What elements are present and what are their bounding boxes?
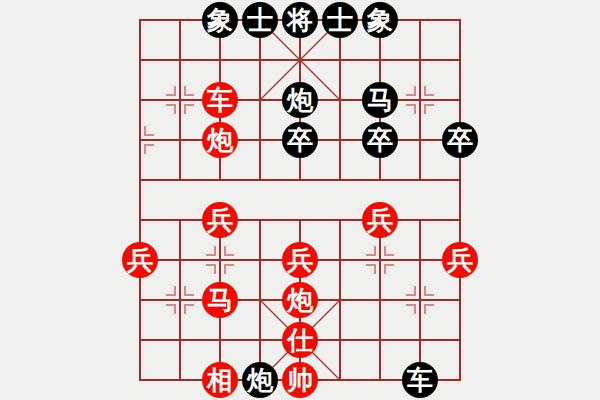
cell-r8c1[interactable] bbox=[160, 320, 200, 360]
cell-r9c0[interactable] bbox=[120, 360, 160, 400]
cell-r1c4[interactable] bbox=[280, 40, 320, 80]
cell-r1c3[interactable] bbox=[240, 40, 280, 80]
cell-r1c7[interactable] bbox=[400, 40, 440, 80]
cell-r2c3[interactable] bbox=[240, 80, 280, 120]
cell-r1c8[interactable] bbox=[440, 40, 480, 80]
cell-r3c5[interactable] bbox=[320, 120, 360, 160]
cell-r8c6[interactable] bbox=[360, 320, 400, 360]
cell-r3c2[interactable]: 炮 bbox=[200, 120, 240, 160]
piece-red-cannon[interactable]: 炮 bbox=[202, 122, 238, 158]
cell-r5c5[interactable] bbox=[320, 200, 360, 240]
cell-r6c8[interactable]: 兵 bbox=[440, 240, 480, 280]
cell-r9c1[interactable] bbox=[160, 360, 200, 400]
piece-black-advisor[interactable]: 士 bbox=[322, 2, 358, 38]
piece-red-general[interactable]: 帅 bbox=[282, 362, 318, 398]
cell-r4c8[interactable] bbox=[440, 160, 480, 200]
piece-red-soldier[interactable]: 兵 bbox=[442, 242, 478, 278]
cell-r9c5[interactable] bbox=[320, 360, 360, 400]
piece-black-general[interactable]: 将 bbox=[282, 2, 318, 38]
piece-red-soldier[interactable]: 兵 bbox=[282, 242, 318, 278]
piece-red-elephant[interactable]: 相 bbox=[202, 362, 238, 398]
cell-r4c2[interactable] bbox=[200, 160, 240, 200]
cell-r9c4[interactable]: 帅 bbox=[280, 360, 320, 400]
cell-r0c2[interactable]: 象 bbox=[200, 0, 240, 40]
cell-r2c1[interactable] bbox=[160, 80, 200, 120]
cell-r2c4[interactable]: 炮 bbox=[280, 80, 320, 120]
cell-r4c7[interactable] bbox=[400, 160, 440, 200]
piece-black-horse[interactable]: 马 bbox=[362, 82, 398, 118]
cell-r3c6[interactable]: 卒 bbox=[360, 120, 400, 160]
cell-r5c3[interactable] bbox=[240, 200, 280, 240]
cell-r0c6[interactable]: 象 bbox=[360, 0, 400, 40]
cell-r8c4[interactable]: 仕 bbox=[280, 320, 320, 360]
cell-r6c2[interactable] bbox=[200, 240, 240, 280]
cell-r0c4[interactable]: 将 bbox=[280, 0, 320, 40]
cell-r5c6[interactable]: 兵 bbox=[360, 200, 400, 240]
cell-r3c4[interactable]: 卒 bbox=[280, 120, 320, 160]
cell-r9c2[interactable]: 相 bbox=[200, 360, 240, 400]
cell-r2c7[interactable] bbox=[400, 80, 440, 120]
cell-r6c3[interactable] bbox=[240, 240, 280, 280]
piece-red-soldier[interactable]: 兵 bbox=[362, 202, 398, 238]
cell-r7c3[interactable] bbox=[240, 280, 280, 320]
piece-black-elephant[interactable]: 象 bbox=[202, 2, 238, 38]
cell-r7c7[interactable] bbox=[400, 280, 440, 320]
cell-r5c8[interactable] bbox=[440, 200, 480, 240]
cell-r9c8[interactable] bbox=[440, 360, 480, 400]
piece-black-soldier[interactable]: 卒 bbox=[282, 122, 318, 158]
cell-r8c8[interactable] bbox=[440, 320, 480, 360]
cell-r6c0[interactable]: 兵 bbox=[120, 240, 160, 280]
xiangqi-board-diagram: 象士将士象车炮马炮卒卒卒兵兵兵兵兵马炮仕相炮帅车 bbox=[0, 0, 600, 400]
cell-r7c5[interactable] bbox=[320, 280, 360, 320]
cell-r2c6[interactable]: 马 bbox=[360, 80, 400, 120]
cell-r4c4[interactable] bbox=[280, 160, 320, 200]
piece-red-horse[interactable]: 马 bbox=[202, 282, 238, 318]
piece-red-soldier[interactable]: 兵 bbox=[122, 242, 158, 278]
piece-black-advisor[interactable]: 士 bbox=[242, 2, 278, 38]
board: 象士将士象车炮马炮卒卒卒兵兵兵兵兵马炮仕相炮帅车 bbox=[120, 0, 480, 400]
cell-r3c1[interactable] bbox=[160, 120, 200, 160]
cell-r8c5[interactable] bbox=[320, 320, 360, 360]
cell-r7c0[interactable] bbox=[120, 280, 160, 320]
cell-r6c5[interactable] bbox=[320, 240, 360, 280]
cell-r5c2[interactable]: 兵 bbox=[200, 200, 240, 240]
cell-r7c1[interactable] bbox=[160, 280, 200, 320]
cell-r3c8[interactable]: 卒 bbox=[440, 120, 480, 160]
cell-r1c1[interactable] bbox=[160, 40, 200, 80]
cell-r4c5[interactable] bbox=[320, 160, 360, 200]
cell-r5c1[interactable] bbox=[160, 200, 200, 240]
cell-r1c6[interactable] bbox=[360, 40, 400, 80]
cell-r3c0[interactable] bbox=[120, 120, 160, 160]
cell-r0c7[interactable] bbox=[400, 0, 440, 40]
cell-r8c2[interactable] bbox=[200, 320, 240, 360]
cell-r6c1[interactable] bbox=[160, 240, 200, 280]
cell-r2c8[interactable] bbox=[440, 80, 480, 120]
cell-r8c0[interactable] bbox=[120, 320, 160, 360]
piece-black-soldier[interactable]: 卒 bbox=[362, 122, 398, 158]
cell-r4c3[interactable] bbox=[240, 160, 280, 200]
cell-r3c7[interactable] bbox=[400, 120, 440, 160]
cell-r0c1[interactable] bbox=[160, 0, 200, 40]
cell-r5c0[interactable] bbox=[120, 200, 160, 240]
cell-r9c6[interactable] bbox=[360, 360, 400, 400]
cell-r3c3[interactable] bbox=[240, 120, 280, 160]
cell-r0c0[interactable] bbox=[120, 0, 160, 40]
piece-black-cannon[interactable]: 炮 bbox=[282, 82, 318, 118]
cell-r0c8[interactable] bbox=[440, 0, 480, 40]
piece-red-cannon[interactable]: 炮 bbox=[282, 282, 318, 318]
piece-black-elephant[interactable]: 象 bbox=[362, 2, 398, 38]
cell-r4c1[interactable] bbox=[160, 160, 200, 200]
cell-r5c4[interactable] bbox=[280, 200, 320, 240]
cell-r6c7[interactable] bbox=[400, 240, 440, 280]
cell-r9c3[interactable]: 炮 bbox=[240, 360, 280, 400]
piece-red-soldier[interactable]: 兵 bbox=[202, 202, 238, 238]
piece-red-chariot[interactable]: 车 bbox=[202, 82, 238, 118]
piece-black-cannon[interactable]: 炮 bbox=[242, 362, 278, 398]
piece-black-soldier[interactable]: 卒 bbox=[442, 122, 478, 158]
cell-r7c6[interactable] bbox=[360, 280, 400, 320]
cell-r2c0[interactable] bbox=[120, 80, 160, 120]
cell-r5c7[interactable] bbox=[400, 200, 440, 240]
cell-r0c3[interactable]: 士 bbox=[240, 0, 280, 40]
cell-r8c3[interactable] bbox=[240, 320, 280, 360]
piece-red-advisor[interactable]: 仕 bbox=[282, 322, 318, 358]
cell-r2c2[interactable]: 车 bbox=[200, 80, 240, 120]
piece-black-chariot[interactable]: 车 bbox=[402, 362, 438, 398]
cell-r6c6[interactable] bbox=[360, 240, 400, 280]
cell-r2c5[interactable] bbox=[320, 80, 360, 120]
cell-r1c2[interactable] bbox=[200, 40, 240, 80]
cell-r1c5[interactable] bbox=[320, 40, 360, 80]
cell-r7c2[interactable]: 马 bbox=[200, 280, 240, 320]
cell-r4c0[interactable] bbox=[120, 160, 160, 200]
cell-r7c4[interactable]: 炮 bbox=[280, 280, 320, 320]
cell-r6c4[interactable]: 兵 bbox=[280, 240, 320, 280]
cell-r4c6[interactable] bbox=[360, 160, 400, 200]
cell-r9c7[interactable]: 车 bbox=[400, 360, 440, 400]
cell-r1c0[interactable] bbox=[120, 40, 160, 80]
cell-r7c8[interactable] bbox=[440, 280, 480, 320]
cell-r8c7[interactable] bbox=[400, 320, 440, 360]
cell-r0c5[interactable]: 士 bbox=[320, 0, 360, 40]
